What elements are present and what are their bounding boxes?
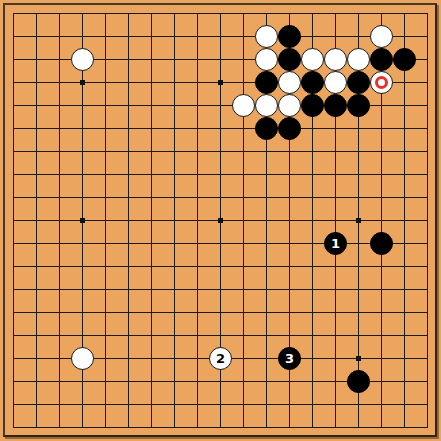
black-stone [278,117,301,140]
black-stone [255,117,278,140]
black-stone-move-1: 1 [324,232,347,255]
black-stone [301,71,324,94]
grid-line-horizontal [13,335,428,336]
white-stone-move-2: 2 [209,347,232,370]
white-stone [71,48,94,71]
go-board: 123 [0,0,441,441]
star-point [356,356,361,361]
white-stone [232,94,255,117]
star-point [80,218,85,223]
black-stone [278,25,301,48]
star-point [80,80,85,85]
white-stone [255,48,278,71]
grid-line-vertical [404,13,405,428]
black-stone-move-3: 3 [278,347,301,370]
grid-line-vertical [243,13,244,428]
white-stone [278,71,301,94]
black-stone [347,94,370,117]
white-stone [370,25,393,48]
black-stone [255,71,278,94]
white-stone [255,94,278,117]
star-point [218,218,223,223]
black-stone [370,232,393,255]
grid-line-horizontal [13,266,428,267]
black-stone [347,71,370,94]
black-stone [393,48,416,71]
go-diagram: 123 [0,0,441,441]
move-number-label: 3 [285,352,294,365]
white-stone [324,48,347,71]
grid-line-horizontal [13,404,428,405]
grid-line-horizontal [13,312,428,313]
black-stone [347,370,370,393]
grid-line-horizontal [13,289,428,290]
grid-line-horizontal [13,427,428,428]
grid-line-horizontal [13,243,428,244]
white-stone [278,94,301,117]
circle-mark-icon [375,76,388,89]
white-stone [71,347,94,370]
white-stone [255,25,278,48]
move-number-label: 2 [216,352,225,365]
black-stone [301,94,324,117]
white-stone [347,48,370,71]
black-stone [324,94,347,117]
move-number-label: 1 [331,237,340,250]
white-stone [301,48,324,71]
white-stone-circled [370,71,393,94]
black-stone [278,48,301,71]
black-stone [370,48,393,71]
white-stone [324,71,347,94]
star-point [218,80,223,85]
grid-line-vertical [427,13,428,428]
star-point [356,218,361,223]
